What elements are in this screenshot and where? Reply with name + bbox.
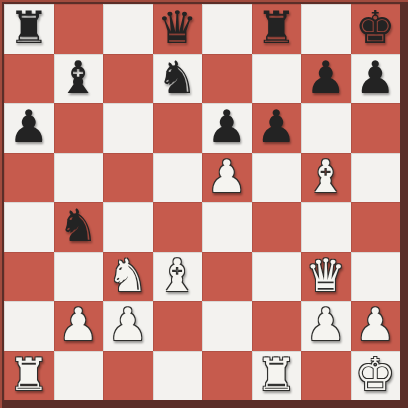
- square-a1[interactable]: ♜: [4, 351, 54, 401]
- square-c4[interactable]: [103, 202, 153, 252]
- white-pawn[interactable]: ♟: [108, 302, 148, 347]
- white-rook[interactable]: ♜: [256, 352, 296, 397]
- square-e1[interactable]: [202, 351, 252, 401]
- square-g4[interactable]: [301, 202, 351, 252]
- square-f6[interactable]: ♟: [252, 103, 302, 153]
- square-g6[interactable]: [301, 103, 351, 153]
- square-g2[interactable]: ♟: [301, 301, 351, 351]
- square-h2[interactable]: ♟: [351, 301, 401, 351]
- square-c3[interactable]: ♞: [103, 252, 153, 302]
- square-c2[interactable]: ♟: [103, 301, 153, 351]
- square-d3[interactable]: ♝: [153, 252, 203, 302]
- chess-board-frame: ♜♛♜♚♝♞♟♟♟♟♟♟♝♞♞♝♛♟♟♟♟♜♜♚: [0, 0, 408, 408]
- black-pawn[interactable]: ♟: [9, 104, 49, 149]
- square-h5[interactable]: [351, 153, 401, 203]
- square-h8[interactable]: ♚: [351, 4, 401, 54]
- square-d8[interactable]: ♛: [153, 4, 203, 54]
- black-rook[interactable]: ♜: [9, 5, 49, 50]
- square-e7[interactable]: [202, 54, 252, 104]
- square-c6[interactable]: [103, 103, 153, 153]
- black-king[interactable]: ♚: [355, 5, 395, 50]
- square-b8[interactable]: [54, 4, 104, 54]
- square-d5[interactable]: [153, 153, 203, 203]
- square-c1[interactable]: [103, 351, 153, 401]
- black-bishop[interactable]: ♝: [58, 55, 98, 100]
- square-f4[interactable]: [252, 202, 302, 252]
- square-d7[interactable]: ♞: [153, 54, 203, 104]
- square-e6[interactable]: ♟: [202, 103, 252, 153]
- square-f5[interactable]: [252, 153, 302, 203]
- square-d6[interactable]: [153, 103, 203, 153]
- square-g5[interactable]: ♝: [301, 153, 351, 203]
- square-g1[interactable]: [301, 351, 351, 401]
- square-g8[interactable]: [301, 4, 351, 54]
- square-b7[interactable]: ♝: [54, 54, 104, 104]
- square-b1[interactable]: [54, 351, 104, 401]
- square-g7[interactable]: ♟: [301, 54, 351, 104]
- square-d4[interactable]: [153, 202, 203, 252]
- square-a8[interactable]: ♜: [4, 4, 54, 54]
- white-king[interactable]: ♚: [355, 352, 395, 397]
- black-pawn[interactable]: ♟: [355, 55, 395, 100]
- square-d2[interactable]: [153, 301, 203, 351]
- square-b5[interactable]: [54, 153, 104, 203]
- square-b3[interactable]: [54, 252, 104, 302]
- square-b4[interactable]: ♞: [54, 202, 104, 252]
- square-a2[interactable]: [4, 301, 54, 351]
- square-e5[interactable]: ♟: [202, 153, 252, 203]
- square-f7[interactable]: [252, 54, 302, 104]
- black-pawn[interactable]: ♟: [207, 104, 247, 149]
- square-a7[interactable]: [4, 54, 54, 104]
- black-queen[interactable]: ♛: [157, 5, 197, 50]
- chess-board: ♜♛♜♚♝♞♟♟♟♟♟♟♝♞♞♝♛♟♟♟♟♜♜♚: [4, 4, 400, 400]
- white-bishop[interactable]: ♝: [157, 253, 197, 298]
- square-e3[interactable]: [202, 252, 252, 302]
- square-g3[interactable]: ♛: [301, 252, 351, 302]
- black-knight[interactable]: ♞: [58, 203, 98, 248]
- square-a6[interactable]: ♟: [4, 103, 54, 153]
- square-e2[interactable]: [202, 301, 252, 351]
- white-queen[interactable]: ♛: [306, 253, 346, 298]
- square-c7[interactable]: [103, 54, 153, 104]
- square-d1[interactable]: [153, 351, 203, 401]
- black-pawn[interactable]: ♟: [256, 104, 296, 149]
- square-b2[interactable]: ♟: [54, 301, 104, 351]
- square-h6[interactable]: [351, 103, 401, 153]
- white-rook[interactable]: ♜: [9, 352, 49, 397]
- square-f2[interactable]: [252, 301, 302, 351]
- square-f3[interactable]: [252, 252, 302, 302]
- square-h4[interactable]: [351, 202, 401, 252]
- square-h7[interactable]: ♟: [351, 54, 401, 104]
- white-pawn[interactable]: ♟: [58, 302, 98, 347]
- white-pawn[interactable]: ♟: [355, 302, 395, 347]
- white-pawn[interactable]: ♟: [207, 154, 247, 199]
- square-a3[interactable]: [4, 252, 54, 302]
- white-pawn[interactable]: ♟: [306, 302, 346, 347]
- square-c5[interactable]: [103, 153, 153, 203]
- white-bishop[interactable]: ♝: [306, 154, 346, 199]
- square-h3[interactable]: [351, 252, 401, 302]
- square-a5[interactable]: [4, 153, 54, 203]
- square-b6[interactable]: [54, 103, 104, 153]
- square-f8[interactable]: ♜: [252, 4, 302, 54]
- square-a4[interactable]: [4, 202, 54, 252]
- black-knight[interactable]: ♞: [157, 55, 197, 100]
- black-rook[interactable]: ♜: [256, 5, 296, 50]
- black-pawn[interactable]: ♟: [306, 55, 346, 100]
- square-c8[interactable]: [103, 4, 153, 54]
- square-e8[interactable]: [202, 4, 252, 54]
- square-e4[interactable]: [202, 202, 252, 252]
- square-f1[interactable]: ♜: [252, 351, 302, 401]
- square-h1[interactable]: ♚: [351, 351, 401, 401]
- white-knight[interactable]: ♞: [108, 253, 148, 298]
